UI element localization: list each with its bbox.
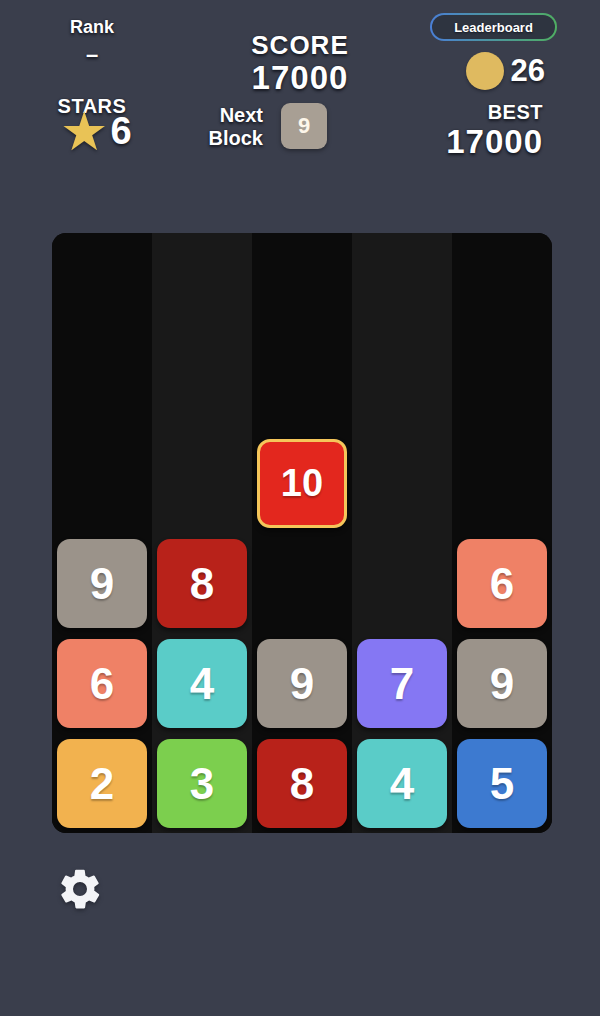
next-block-tile: 9 [281, 103, 327, 149]
block-8: 8 [257, 739, 347, 828]
block-8: 8 [157, 539, 247, 628]
block-5: 5 [457, 739, 547, 828]
block-6: 6 [457, 539, 547, 628]
coins-counter: 26 [466, 52, 545, 90]
next-block-label: Next Block [195, 104, 263, 150]
coins-value: 26 [511, 53, 545, 89]
next-label-line2: Block [209, 127, 263, 149]
block-9: 9 [457, 639, 547, 728]
best-value: 17000 [446, 123, 543, 161]
block-2: 2 [57, 739, 147, 828]
board[interactable]: 109866497923845 [52, 233, 552, 833]
leaderboard-button-label: Leaderboard [432, 15, 555, 39]
star-icon: ★ [60, 104, 108, 158]
block-9: 9 [57, 539, 147, 628]
block-4: 4 [157, 639, 247, 728]
falling-block-10: 10 [257, 439, 347, 528]
coin-icon [466, 52, 504, 90]
next-label-line1: Next [220, 104, 263, 126]
stars-value: 6 [110, 110, 131, 153]
game-screen: { "game": "number-drop-merge-puzzle (dro… [0, 0, 600, 1016]
best-label: BEST [488, 101, 543, 124]
gear-icon [56, 901, 104, 916]
block-4: 4 [357, 739, 447, 828]
block-6: 6 [57, 639, 147, 728]
settings-button[interactable] [54, 864, 106, 916]
block-7: 7 [357, 639, 447, 728]
block-9: 9 [257, 639, 347, 728]
leaderboard-button[interactable]: Leaderboard [430, 13, 557, 41]
block-3: 3 [157, 739, 247, 828]
stars-counter: ★ 6 [60, 104, 132, 158]
